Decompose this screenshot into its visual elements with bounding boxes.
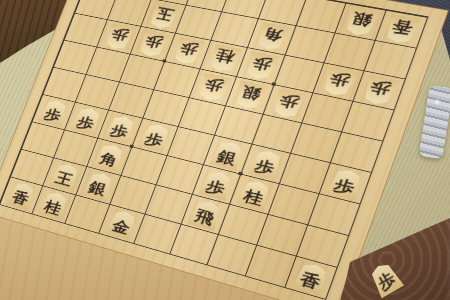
light-vignette — [0, 0, 450, 300]
shogi-photo-scene: 香銀角玉歩歩歩桂歩歩歩歩銀歩歩歩歩歩銀歩歩角歩桂王銀飛香桂金香 歩 — [0, 0, 450, 300]
